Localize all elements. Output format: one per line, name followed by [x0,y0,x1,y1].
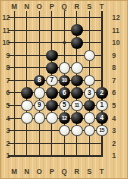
stone-black-R4 [71,112,83,124]
coordinate-label: Q [58,167,71,176]
point-M1 [8,149,21,162]
coordinate-label: O [33,167,46,176]
point-T8 [96,62,109,75]
point-S4 [83,112,96,125]
coordinate-label: 2 [109,137,123,150]
coordinate-label: 7 [109,74,123,87]
coordinate-label: 11 [109,24,123,37]
point-S10 [83,36,96,49]
stone-black-Q4: 12 [59,112,71,124]
coordinate-label: R [71,167,84,176]
point-P6 [46,87,59,100]
point-P12 [46,11,59,24]
stone-white-S3 [84,125,96,137]
point-R5: 11 [71,99,84,112]
point-O5: 9 [33,99,46,112]
stone-white-P7: 7 [46,75,58,87]
point-Q9 [58,49,71,62]
point-N12 [21,11,34,24]
point-T12 [96,11,109,24]
coordinate-label: N [21,167,34,176]
point-Q5: 5 [58,99,71,112]
stone-black-S5 [84,100,96,112]
point-P7: 7 [46,74,59,87]
stone-white-N4 [21,112,33,124]
point-P8 [46,62,59,75]
point-S12 [83,11,96,24]
point-O2 [33,137,46,150]
point-N6 [21,87,34,100]
coordinate-label: 3 [109,124,123,137]
stone-black-N6 [21,87,33,99]
point-O3 [33,124,46,137]
point-R12 [71,11,84,24]
stone-white-P4 [46,112,58,124]
point-R10 [71,36,84,49]
point-Q4: 12 [58,112,71,125]
stone-black-R6 [71,87,83,99]
stone-white-R8 [71,62,83,74]
stone-black-R10 [71,37,83,49]
hoshi-point [63,41,66,44]
point-N9 [21,49,34,62]
point-N5 [21,99,34,112]
coordinate-label: M [8,2,21,11]
point-S2 [83,137,96,150]
coordinate-label: N [21,2,34,11]
go-board: 87106329511112415 [8,11,108,162]
coordinate-label: O [33,2,46,11]
stone-white-Q3 [59,125,71,137]
point-S5 [83,99,96,112]
stone-white-O4 [34,112,46,124]
coordinate-label: T [96,2,109,11]
point-O10 [33,36,46,49]
coordinate-label: 8 [109,62,123,75]
point-N11 [21,24,34,37]
stone-white-S4 [84,112,96,124]
stone-white-Q8 [59,62,71,74]
point-P11 [46,24,59,37]
point-T11 [96,24,109,37]
stone-white-S9 [84,50,96,62]
point-M11 [8,24,21,37]
column-labels-top: MNOPQRST [8,2,108,11]
point-R9 [71,49,84,62]
point-Q3 [58,124,71,137]
point-T6: 2 [96,87,109,100]
stone-white-R5: 11 [71,100,83,112]
go-diagram: MNOPQRST 121110987654321 121110987654321… [0,0,128,179]
stone-black-T4: 4 [96,112,108,124]
point-P1 [46,149,59,162]
coordinate-label: Q [58,2,71,11]
point-M5 [8,99,21,112]
point-R8 [71,62,84,75]
point-N7 [21,74,34,87]
point-T2 [96,137,109,150]
point-R11 [71,24,84,37]
stone-black-R11 [71,24,83,36]
point-P9 [46,49,59,62]
point-R2 [71,137,84,150]
stone-black-T6: 2 [96,87,108,99]
stone-black-Q6: 6 [59,87,71,99]
point-P3 [46,124,59,137]
point-O11 [33,24,46,37]
point-N1 [21,149,34,162]
coordinate-label: T [96,167,109,176]
point-O8 [33,62,46,75]
point-M10 [8,36,21,49]
point-Q11 [58,24,71,37]
coordinate-label: 9 [109,49,123,62]
point-P5 [46,99,59,112]
point-M9 [8,49,21,62]
point-T7 [96,74,109,87]
point-S6: 3 [83,87,96,100]
point-O9 [33,49,46,62]
point-Q10 [58,36,71,49]
stone-white-O6 [34,87,46,99]
point-N8 [21,62,34,75]
point-O12 [33,11,46,24]
point-Q1 [58,149,71,162]
point-M3 [8,124,21,137]
point-P10 [46,36,59,49]
point-T3: 15 [96,124,109,137]
point-Q7: 10 [58,74,71,87]
point-T4: 4 [96,112,109,125]
point-T10 [96,36,109,49]
point-P2 [46,137,59,150]
stone-black-Q7: 10 [59,75,71,87]
coordinate-label: S [83,167,96,176]
coordinate-label: P [46,167,59,176]
point-T9 [96,49,109,62]
coordinate-label: P [46,2,59,11]
point-O1 [33,149,46,162]
coordinate-label: 12 [109,11,123,24]
point-R4 [71,112,84,125]
point-S1 [83,149,96,162]
point-N10 [21,36,34,49]
point-R6 [71,87,84,100]
stone-black-P5 [46,100,58,112]
stone-white-Q5: 5 [59,100,71,112]
stone-white-T3: 15 [96,125,108,137]
stone-white-T5: 1 [96,100,108,112]
stone-black-R7 [71,75,83,87]
row-labels-right: 121110987654321 [109,11,123,162]
point-N4 [21,112,34,125]
coordinate-label: S [83,2,96,11]
point-R3 [71,124,84,137]
point-P4 [46,112,59,125]
coordinate-label: M [8,167,21,176]
stone-black-O7: 8 [34,75,46,87]
point-S8 [83,62,96,75]
stone-black-P8 [46,62,58,74]
point-T5: 1 [96,99,109,112]
point-M12 [8,11,21,24]
point-S11 [83,24,96,37]
stone-white-R3 [71,125,83,137]
column-labels-bottom: MNOPQRST [8,167,108,176]
point-M6 [8,87,21,100]
point-N2 [21,137,34,150]
point-T1 [96,149,109,162]
coordinate-label: 6 [109,87,123,100]
point-R7 [71,74,84,87]
point-Q12 [58,11,71,24]
stone-black-P6 [46,87,58,99]
point-S3 [83,124,96,137]
stone-white-O5: 9 [34,100,46,112]
point-S9 [83,49,96,62]
stone-white-S6: 3 [84,87,96,99]
stone-white-N5 [21,100,33,112]
coordinate-label: 4 [109,112,123,125]
point-M2 [8,137,21,150]
point-Q2 [58,137,71,150]
point-O6 [33,87,46,100]
point-O4 [33,112,46,125]
stone-white-S7 [84,75,96,87]
point-M4 [8,112,21,125]
coordinate-label: R [71,2,84,11]
point-M8 [8,62,21,75]
stone-black-P9 [46,50,58,62]
point-R1 [71,149,84,162]
point-Q8 [58,62,71,75]
coordinate-label: 5 [109,99,123,112]
point-O7: 8 [33,74,46,87]
point-S7 [83,74,96,87]
coordinate-label: 1 [109,149,123,162]
point-Q6: 6 [58,87,71,100]
coordinate-label: 10 [109,36,123,49]
point-N3 [21,124,34,137]
point-M7 [8,74,21,87]
